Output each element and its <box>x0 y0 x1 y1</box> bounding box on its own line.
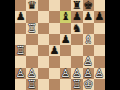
white-pawn-a2[interactable]: ♙ <box>16 68 26 79</box>
black-pawn-d4[interactable]: ♟ <box>49 45 59 56</box>
square-g4[interactable] <box>83 45 94 56</box>
white-pawn-f2[interactable]: ♙ <box>72 68 82 79</box>
white-king-g1[interactable]: ♔ <box>83 79 93 90</box>
square-a1[interactable] <box>15 79 26 90</box>
square-b8[interactable]: ♛ <box>26 0 37 11</box>
square-c5[interactable] <box>38 34 49 45</box>
black-rook-f8[interactable]: ♜ <box>72 0 82 11</box>
white-pawn-b2[interactable]: ♙ <box>27 68 37 79</box>
square-h3[interactable] <box>94 56 105 67</box>
square-c6[interactable] <box>38 23 49 34</box>
square-e2[interactable]: ♙ <box>60 68 71 79</box>
square-f5[interactable] <box>71 34 82 45</box>
square-a6[interactable] <box>15 23 26 34</box>
black-pawn-f7[interactable]: ♟ <box>72 11 82 22</box>
square-b4[interactable] <box>26 45 37 56</box>
square-a2[interactable]: ♙ <box>15 68 26 79</box>
white-bishop-g5[interactable]: ♗ <box>83 34 93 45</box>
black-knight-f6[interactable]: ♞ <box>72 23 82 34</box>
square-d2[interactable] <box>49 68 60 79</box>
square-d4[interactable]: ♟ <box>49 45 60 56</box>
square-b3[interactable] <box>26 56 37 67</box>
square-d3[interactable] <box>49 56 60 67</box>
square-h1[interactable] <box>94 79 105 90</box>
black-pawn-g7[interactable]: ♟ <box>83 11 93 22</box>
square-f6[interactable]: ♞ <box>71 23 82 34</box>
square-c4[interactable] <box>38 45 49 56</box>
square-d6[interactable] <box>49 23 60 34</box>
square-e5[interactable]: ♟ <box>60 34 71 45</box>
square-e3[interactable] <box>60 56 71 67</box>
black-bishop-e7[interactable]: ♝ <box>61 11 71 22</box>
square-g6[interactable] <box>83 23 94 34</box>
square-e1[interactable] <box>60 79 71 90</box>
white-rook-f1[interactable]: ♖ <box>72 79 82 90</box>
square-d1[interactable] <box>49 79 60 90</box>
square-h2[interactable]: ♙ <box>94 68 105 79</box>
square-g1[interactable]: ♔ <box>83 79 94 90</box>
square-b5[interactable] <box>26 34 37 45</box>
square-a8[interactable] <box>15 0 26 11</box>
square-a4[interactable]: ♖ <box>15 45 26 56</box>
square-g8[interactable]: ♚ <box>83 0 94 11</box>
square-h5[interactable] <box>94 34 105 45</box>
square-a5[interactable] <box>15 34 26 45</box>
square-b7[interactable] <box>26 11 37 22</box>
square-f3[interactable] <box>71 56 82 67</box>
square-e6[interactable] <box>60 23 71 34</box>
square-h8[interactable] <box>94 0 105 11</box>
square-c7[interactable] <box>38 11 49 22</box>
square-c8[interactable] <box>38 0 49 11</box>
white-pawn-g2[interactable]: ♙ <box>83 68 93 79</box>
white-pawn-e2[interactable]: ♙ <box>61 68 71 79</box>
white-pawn-g3[interactable]: ♙ <box>83 56 93 67</box>
square-d8[interactable] <box>49 0 60 11</box>
square-c3[interactable] <box>38 56 49 67</box>
white-rook-b6[interactable]: ♖ <box>27 23 37 34</box>
square-f4[interactable] <box>71 45 82 56</box>
square-f8[interactable]: ♜ <box>71 0 82 11</box>
chess-diagram: ♛♜♚♟♝♟♟♟♖♞♟♗♖♟♙♙♙♙♙♙♙♖♖♔ <box>0 0 120 90</box>
square-c1[interactable] <box>38 79 49 90</box>
square-f2[interactable]: ♙ <box>71 68 82 79</box>
square-g2[interactable]: ♙ <box>83 68 94 79</box>
square-h7[interactable]: ♟ <box>94 11 105 22</box>
square-b1[interactable]: ♖ <box>26 79 37 90</box>
white-rook-a4[interactable]: ♖ <box>16 45 26 56</box>
square-g7[interactable]: ♟ <box>83 11 94 22</box>
white-rook-b1[interactable]: ♖ <box>27 79 37 90</box>
square-a7[interactable]: ♟ <box>15 11 26 22</box>
square-h4[interactable] <box>94 45 105 56</box>
chess-board: ♛♜♚♟♝♟♟♟♖♞♟♗♖♟♙♙♙♙♙♙♙♖♖♔ <box>15 0 105 90</box>
white-pawn-h2[interactable]: ♙ <box>94 68 104 79</box>
black-queen-b8[interactable]: ♛ <box>27 0 37 11</box>
square-b2[interactable]: ♙ <box>26 68 37 79</box>
square-e7[interactable]: ♝ <box>60 11 71 22</box>
black-pawn-a7[interactable]: ♟ <box>16 11 26 22</box>
square-d7[interactable] <box>49 11 60 22</box>
square-e8[interactable] <box>60 0 71 11</box>
black-king-g8[interactable]: ♚ <box>83 0 93 11</box>
square-a3[interactable] <box>15 56 26 67</box>
square-e4[interactable] <box>60 45 71 56</box>
black-pawn-e5[interactable]: ♟ <box>61 34 71 45</box>
square-d5[interactable] <box>49 34 60 45</box>
square-h6[interactable] <box>94 23 105 34</box>
square-g3[interactable]: ♙ <box>83 56 94 67</box>
square-f7[interactable]: ♟ <box>71 11 82 22</box>
square-g5[interactable]: ♗ <box>83 34 94 45</box>
black-pawn-h7[interactable]: ♟ <box>94 11 104 22</box>
square-b6[interactable]: ♖ <box>26 23 37 34</box>
square-c2[interactable] <box>38 68 49 79</box>
square-f1[interactable]: ♖ <box>71 79 82 90</box>
